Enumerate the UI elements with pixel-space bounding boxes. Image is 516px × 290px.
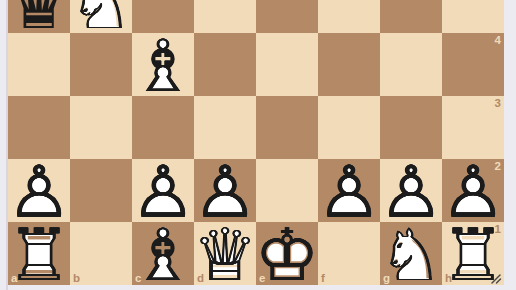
square-f2[interactable]: ♟♙ [318,159,380,222]
rank-label-2: 2 [495,160,501,172]
square-g5[interactable] [380,0,442,33]
file-label-e: e [259,272,265,284]
square-d4[interactable] [194,33,256,96]
square-a1[interactable]: ♜♖a [8,222,70,285]
square-e3[interactable] [256,96,318,159]
file-label-h: h [445,272,452,284]
white-pawn-piece[interactable]: ♟♙ [318,159,380,222]
square-f4[interactable] [318,33,380,96]
square-h1[interactable]: ♜♖h1 [442,222,504,285]
square-b3[interactable] [70,96,132,159]
file-label-c: c [135,272,141,284]
square-c1[interactable]: ♝♗c [132,222,194,285]
square-e1[interactable]: ♚♔e [256,222,318,285]
black-queen-piece[interactable]: ♛ [8,0,70,33]
square-e4[interactable] [256,33,318,96]
file-label-g: g [383,272,390,284]
file-label-f: f [321,272,325,284]
square-g1[interactable]: ♞♘g [380,222,442,285]
rank-label-4: 4 [495,34,501,46]
square-h5[interactable] [442,0,504,33]
rank-label-1: 1 [495,223,501,235]
board-resize-diagonal-lines-icon[interactable] [489,271,503,285]
white-knight-piece[interactable]: ♞♘ [70,0,132,33]
square-b5[interactable]: ♞♘ [70,0,132,33]
file-label-d: d [197,272,204,284]
rank-label-3: 3 [495,97,501,109]
square-e5[interactable] [256,0,318,33]
square-g4[interactable] [380,33,442,96]
white-bishop-glyph-outline: ♗ [132,33,194,96]
white-bishop-piece[interactable]: ♝♗ [132,33,194,96]
square-a5[interactable]: ♛ [8,0,70,33]
file-label-a: a [11,272,17,284]
white-knight-glyph-outline: ♘ [70,0,132,33]
square-d5[interactable] [194,0,256,33]
chess-board: ♛♞♘♝♗43♟♙♟♙♟♙♟♙♟♙♟♙2♜♖ab♝♗c♛♕d♚♔ef♞♘g♜♖h… [8,0,504,285]
square-c4[interactable]: ♝♗ [132,33,194,96]
white-pawn-glyph-outline: ♙ [318,159,380,222]
square-b1[interactable]: b [70,222,132,285]
square-h4[interactable]: 4 [442,33,504,96]
square-d1[interactable]: ♛♕d [194,222,256,285]
black-queen-glyph-fill: ♛ [8,0,70,33]
square-f5[interactable] [318,0,380,33]
file-label-b: b [73,272,80,284]
square-b2[interactable] [70,159,132,222]
